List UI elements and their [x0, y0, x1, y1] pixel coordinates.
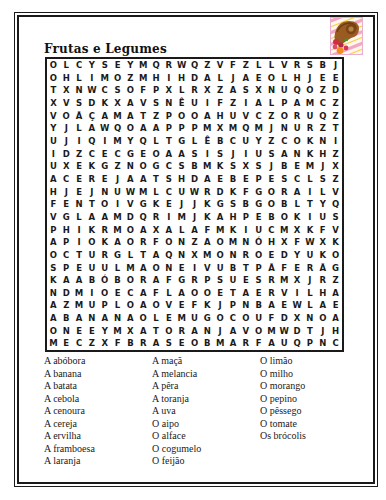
grid-cell[interactable]: X — [239, 160, 252, 173]
grid-cell[interactable]: F — [316, 223, 329, 236]
grid-cell[interactable]: E — [329, 72, 342, 85]
grid-cell[interactable]: X — [47, 97, 60, 110]
grid-cell[interactable]: C — [329, 337, 342, 350]
grid-cell[interactable]: H — [60, 223, 73, 236]
grid-cell[interactable]: B — [111, 274, 124, 287]
grid-cell[interactable]: K — [150, 198, 163, 211]
grid-cell[interactable]: H — [316, 148, 329, 161]
grid-cell[interactable]: H — [47, 186, 60, 199]
grid-cell[interactable]: Z — [265, 110, 278, 123]
grid-cell[interactable]: M — [304, 160, 317, 173]
grid-cell[interactable]: M — [214, 223, 227, 236]
grid-cell[interactable]: Ê — [175, 97, 188, 110]
grid-cell[interactable]: B — [316, 59, 329, 72]
grid-cell[interactable]: Y — [252, 135, 265, 148]
grid-cell[interactable]: Y — [85, 59, 98, 72]
grid-cell[interactable]: R — [85, 173, 98, 186]
grid-cell[interactable]: L — [111, 261, 124, 274]
grid-cell[interactable]: O — [316, 312, 329, 325]
grid-cell[interactable]: Q — [162, 249, 175, 262]
grid-cell[interactable]: H — [316, 287, 329, 300]
grid-cell[interactable]: Ó — [252, 236, 265, 249]
grid-cell[interactable]: U — [188, 97, 201, 110]
grid-cell[interactable]: C — [73, 337, 86, 350]
grid-cell[interactable]: D — [278, 312, 291, 325]
grid-cell[interactable]: V — [239, 325, 252, 338]
grid-cell[interactable]: E — [252, 287, 265, 300]
grid-cell[interactable]: C — [278, 135, 291, 148]
grid-cell[interactable]: O — [214, 236, 227, 249]
grid-cell[interactable]: A — [162, 223, 175, 236]
grid-cell[interactable]: K — [201, 211, 214, 224]
grid-cell[interactable]: G — [60, 211, 73, 224]
grid-cell[interactable]: M — [137, 59, 150, 72]
grid-cell[interactable]: P — [60, 261, 73, 274]
grid-cell[interactable]: A — [137, 261, 150, 274]
grid-cell[interactable]: E — [214, 173, 227, 186]
grid-cell[interactable]: X — [98, 337, 111, 350]
grid-cell[interactable]: K — [214, 160, 227, 173]
grid-cell[interactable]: Z — [239, 59, 252, 72]
grid-cell[interactable]: P — [201, 274, 214, 287]
grid-cell[interactable]: A — [265, 299, 278, 312]
grid-cell[interactable]: Z — [188, 236, 201, 249]
grid-cell[interactable]: I — [239, 223, 252, 236]
grid-cell[interactable]: L — [304, 287, 317, 300]
grid-cell[interactable]: Q — [239, 122, 252, 135]
grid-cell[interactable]: M — [137, 72, 150, 85]
grid-cell[interactable]: M — [111, 325, 124, 338]
grid-cell[interactable]: O — [201, 287, 214, 300]
grid-cell[interactable]: G — [124, 148, 137, 161]
grid-cell[interactable]: A — [47, 173, 60, 186]
grid-cell[interactable]: O — [137, 160, 150, 173]
grid-cell[interactable]: L — [188, 135, 201, 148]
grid-cell[interactable]: Q — [316, 110, 329, 123]
grid-cell[interactable]: N — [316, 337, 329, 350]
grid-cell[interactable]: D — [124, 211, 137, 224]
grid-cell[interactable]: Ç — [85, 110, 98, 123]
grid-cell[interactable]: M — [304, 97, 317, 110]
grid-cell[interactable]: P — [239, 211, 252, 224]
grid-cell[interactable]: E — [162, 198, 175, 211]
grid-cell[interactable]: A — [201, 173, 214, 186]
grid-cell[interactable]: H — [175, 72, 188, 85]
grid-cell[interactable]: E — [252, 72, 265, 85]
grid-cell[interactable]: D — [85, 97, 98, 110]
grid-cell[interactable]: C — [85, 148, 98, 161]
grid-cell[interactable]: O — [214, 249, 227, 262]
grid-cell[interactable]: C — [291, 173, 304, 186]
grid-cell[interactable]: B — [188, 160, 201, 173]
grid-cell[interactable]: P — [278, 97, 291, 110]
grid-cell[interactable]: E — [162, 312, 175, 325]
grid-cell[interactable]: Z — [85, 337, 98, 350]
grid-cell[interactable]: J — [316, 160, 329, 173]
grid-cell[interactable]: W — [304, 236, 317, 249]
grid-cell[interactable]: Y — [98, 325, 111, 338]
grid-cell[interactable]: A — [188, 325, 201, 338]
grid-cell[interactable]: X — [162, 84, 175, 97]
grid-cell[interactable]: T — [239, 261, 252, 274]
grid-cell[interactable]: L — [150, 312, 163, 325]
grid-cell[interactable]: K — [85, 160, 98, 173]
grid-cell[interactable]: E — [316, 72, 329, 85]
grid-cell[interactable]: X — [214, 122, 227, 135]
grid-cell[interactable]: Q — [329, 198, 342, 211]
grid-cell[interactable]: A — [278, 148, 291, 161]
grid-cell[interactable]: H — [329, 325, 342, 338]
grid-cell[interactable]: U — [278, 337, 291, 350]
grid-cell[interactable]: S — [162, 337, 175, 350]
grid-cell[interactable]: C — [316, 97, 329, 110]
grid-cell[interactable]: U — [316, 211, 329, 224]
grid-cell[interactable]: J — [304, 72, 317, 85]
grid-cell[interactable]: T — [304, 198, 317, 211]
grid-cell[interactable]: E — [85, 325, 98, 338]
grid-cell[interactable]: I — [73, 223, 86, 236]
grid-cell[interactable]: B — [265, 211, 278, 224]
grid-cell[interactable]: N — [239, 236, 252, 249]
grid-cell[interactable]: J — [188, 211, 201, 224]
grid-cell[interactable]: J — [214, 299, 227, 312]
grid-cell[interactable]: A — [124, 312, 137, 325]
grid-cell[interactable]: F — [137, 84, 150, 97]
grid-cell[interactable]: D — [188, 72, 201, 85]
grid-cell[interactable]: B — [60, 312, 73, 325]
grid-cell[interactable]: U — [252, 148, 265, 161]
grid-cell[interactable]: B — [201, 337, 214, 350]
grid-cell[interactable]: Z — [329, 148, 342, 161]
grid-cell[interactable]: J — [265, 122, 278, 135]
grid-cell[interactable]: E — [265, 249, 278, 262]
grid-cell[interactable]: A — [47, 236, 60, 249]
grid-cell[interactable]: N — [73, 198, 86, 211]
grid-cell[interactable]: O — [47, 72, 60, 85]
grid-cell[interactable]: O — [150, 148, 163, 161]
grid-cell[interactable]: A — [175, 148, 188, 161]
grid-cell[interactable]: N — [291, 148, 304, 161]
grid-cell[interactable]: E — [214, 287, 227, 300]
grid-cell[interactable]: Ó — [98, 274, 111, 287]
grid-cell[interactable]: Q — [188, 59, 201, 72]
grid-cell[interactable]: R — [291, 59, 304, 72]
grid-cell[interactable]: A — [252, 97, 265, 110]
grid-cell[interactable]: M — [73, 299, 86, 312]
grid-cell[interactable]: E — [73, 173, 86, 186]
grid-cell[interactable]: C — [60, 249, 73, 262]
grid-cell[interactable]: R — [98, 249, 111, 262]
grid-cell[interactable]: R — [265, 287, 278, 300]
grid-cell[interactable]: R — [188, 84, 201, 97]
grid-cell[interactable]: W — [175, 59, 188, 72]
grid-cell[interactable]: N — [111, 312, 124, 325]
grid-cell[interactable]: A — [150, 122, 163, 135]
grid-cell[interactable]: A — [329, 287, 342, 300]
grid-cell[interactable]: A — [227, 325, 240, 338]
grid-cell[interactable]: N — [304, 312, 317, 325]
grid-cell[interactable]: E — [111, 287, 124, 300]
grid-cell[interactable]: D — [60, 287, 73, 300]
grid-cell[interactable]: H — [227, 211, 240, 224]
grid-cell[interactable]: A — [162, 148, 175, 161]
grid-cell[interactable]: A — [137, 173, 150, 186]
grid-cell[interactable]: J — [85, 186, 98, 199]
grid-cell[interactable]: T — [162, 135, 175, 148]
grid-cell[interactable]: O — [329, 249, 342, 262]
grid-cell[interactable]: E — [291, 160, 304, 173]
grid-cell[interactable]: C — [162, 160, 175, 173]
grid-cell[interactable]: X — [111, 97, 124, 110]
grid-cell[interactable]: A — [137, 287, 150, 300]
grid-cell[interactable]: S — [150, 97, 163, 110]
grid-cell[interactable]: U — [188, 312, 201, 325]
grid-cell[interactable]: O — [60, 110, 73, 123]
grid-cell[interactable]: N — [175, 236, 188, 249]
grid-cell[interactable]: E — [239, 274, 252, 287]
grid-cell[interactable]: W — [188, 186, 201, 199]
grid-cell[interactable]: S — [304, 59, 317, 72]
grid-cell[interactable]: U — [304, 249, 317, 262]
grid-cell[interactable]: R — [316, 274, 329, 287]
grid-cell[interactable]: S — [316, 173, 329, 186]
grid-cell[interactable]: F — [47, 198, 60, 211]
grid-cell[interactable]: I — [304, 211, 317, 224]
grid-cell[interactable]: G — [252, 186, 265, 199]
grid-cell[interactable]: I — [201, 148, 214, 161]
grid-cell[interactable]: A — [98, 110, 111, 123]
grid-cell[interactable]: M — [73, 287, 86, 300]
grid-cell[interactable]: A — [291, 97, 304, 110]
grid-cell[interactable]: G — [150, 160, 163, 173]
grid-cell[interactable]: A — [201, 72, 214, 85]
grid-cell[interactable]: R — [162, 59, 175, 72]
grid-cell[interactable]: K — [201, 198, 214, 211]
grid-cell[interactable]: H — [60, 72, 73, 85]
grid-cell[interactable]: K — [47, 274, 60, 287]
grid-cell[interactable]: A — [85, 122, 98, 135]
grid-cell[interactable]: V — [239, 110, 252, 123]
grid-cell[interactable]: T — [304, 325, 317, 338]
grid-cell[interactable]: C — [60, 173, 73, 186]
grid-cell[interactable]: J — [214, 325, 227, 338]
grid-cell[interactable]: Z — [329, 97, 342, 110]
grid-cell[interactable]: Z — [150, 110, 163, 123]
grid-cell[interactable]: J — [329, 59, 342, 72]
grid-cell[interactable]: V — [124, 198, 137, 211]
grid-cell[interactable]: P — [304, 337, 317, 350]
grid-cell[interactable]: A — [47, 312, 60, 325]
grid-cell[interactable]: O — [124, 274, 137, 287]
grid-cell[interactable]: L — [73, 122, 86, 135]
grid-cell[interactable]: L — [175, 84, 188, 97]
grid-cell[interactable]: Ã — [73, 110, 86, 123]
grid-cell[interactable]: D — [188, 173, 201, 186]
grid-cell[interactable]: N — [47, 287, 60, 300]
grid-cell[interactable]: W — [278, 325, 291, 338]
grid-cell[interactable]: I — [47, 148, 60, 161]
grid-cell[interactable]: E — [291, 261, 304, 274]
grid-cell[interactable]: Z — [329, 110, 342, 123]
grid-cell[interactable]: L — [265, 59, 278, 72]
grid-cell[interactable]: L — [162, 287, 175, 300]
grid-cell[interactable]: A — [98, 211, 111, 224]
grid-cell[interactable]: N — [98, 186, 111, 199]
grid-cell[interactable]: P — [47, 223, 60, 236]
grid-cell[interactable]: G — [329, 261, 342, 274]
grid-cell[interactable]: C — [227, 135, 240, 148]
grid-cell[interactable]: U — [214, 261, 227, 274]
grid-cell[interactable]: M — [278, 274, 291, 287]
grid-cell[interactable]: O — [162, 236, 175, 249]
grid-cell[interactable]: S — [73, 97, 86, 110]
grid-cell[interactable]: Y — [291, 249, 304, 262]
grid-cell[interactable]: L — [60, 59, 73, 72]
grid-cell[interactable]: U — [227, 110, 240, 123]
grid-cell[interactable]: B — [252, 299, 265, 312]
grid-cell[interactable]: A — [150, 337, 163, 350]
grid-cell[interactable]: Z — [60, 299, 73, 312]
grid-cell[interactable]: F — [188, 299, 201, 312]
grid-cell[interactable]: M — [175, 211, 188, 224]
grid-cell[interactable]: V — [47, 211, 60, 224]
grid-cell[interactable]: G — [137, 198, 150, 211]
grid-cell[interactable]: A — [291, 186, 304, 199]
grid-cell[interactable]: F — [162, 274, 175, 287]
grid-cell[interactable]: H — [265, 236, 278, 249]
grid-cell[interactable]: S — [98, 59, 111, 72]
grid-cell[interactable]: M — [278, 223, 291, 236]
grid-cell[interactable]: X — [201, 84, 214, 97]
grid-cell[interactable]: J — [175, 198, 188, 211]
grid-cell[interactable]: X — [124, 325, 137, 338]
grid-cell[interactable]: R — [291, 110, 304, 123]
grid-cell[interactable]: V — [60, 97, 73, 110]
grid-cell[interactable]: N — [239, 299, 252, 312]
grid-cell[interactable]: E — [73, 186, 86, 199]
grid-cell[interactable]: N — [316, 135, 329, 148]
grid-cell[interactable]: E — [98, 148, 111, 161]
grid-cell[interactable]: R — [150, 211, 163, 224]
grid-cell[interactable]: A — [98, 312, 111, 325]
grid-cell[interactable]: N — [201, 325, 214, 338]
grid-cell[interactable]: M — [201, 249, 214, 262]
grid-cell[interactable]: M — [201, 160, 214, 173]
grid-cell[interactable]: A — [85, 211, 98, 224]
grid-cell[interactable]: F — [252, 337, 265, 350]
grid-cell[interactable]: Q — [137, 211, 150, 224]
grid-cell[interactable]: A — [201, 110, 214, 123]
grid-cell[interactable]: O — [188, 337, 201, 350]
grid-cell[interactable]: E — [239, 173, 252, 186]
grid-cell[interactable]: V — [162, 299, 175, 312]
grid-cell[interactable]: Q — [137, 135, 150, 148]
grid-cell[interactable]: Y — [124, 59, 137, 72]
grid-cell[interactable]: Q — [150, 59, 163, 72]
grid-cell[interactable]: R — [137, 274, 150, 287]
grid-cell[interactable]: A — [227, 84, 240, 97]
grid-cell[interactable]: S — [252, 160, 265, 173]
grid-cell[interactable]: E — [175, 337, 188, 350]
grid-cell[interactable]: R — [137, 236, 150, 249]
grid-cell[interactable]: Z — [316, 122, 329, 135]
grid-cell[interactable]: I — [73, 135, 86, 148]
grid-cell[interactable]: X — [188, 249, 201, 262]
grid-cell[interactable]: E — [98, 173, 111, 186]
grid-cell[interactable]: J — [316, 325, 329, 338]
grid-cell[interactable]: F — [150, 287, 163, 300]
grid-cell[interactable]: W — [291, 299, 304, 312]
grid-cell[interactable]: G — [98, 160, 111, 173]
grid-cell[interactable]: Ê — [201, 135, 214, 148]
grid-cell[interactable]: N — [265, 84, 278, 97]
grid-cell[interactable]: M — [47, 337, 60, 350]
grid-cell[interactable]: H — [150, 72, 163, 85]
grid-cell[interactable]: Z — [329, 173, 342, 186]
grid-cell[interactable]: K — [227, 186, 240, 199]
grid-cell[interactable]: R — [278, 186, 291, 199]
grid-cell[interactable]: N — [162, 97, 175, 110]
grid-cell[interactable]: N — [278, 122, 291, 135]
grid-cell[interactable]: C — [265, 223, 278, 236]
grid-cell[interactable]: O — [175, 110, 188, 123]
grid-cell[interactable]: O — [98, 287, 111, 300]
grid-cell[interactable]: S — [329, 211, 342, 224]
grid-cell[interactable]: I — [201, 97, 214, 110]
grid-cell[interactable]: F — [239, 186, 252, 199]
grid-cell[interactable]: K — [98, 236, 111, 249]
grid-cell[interactable]: M — [111, 110, 124, 123]
grid-cell[interactable]: X — [291, 312, 304, 325]
grid-cell[interactable]: U — [252, 223, 265, 236]
grid-cell[interactable]: K — [329, 236, 342, 249]
grid-cell[interactable]: A — [239, 72, 252, 85]
grid-cell[interactable]: M — [137, 186, 150, 199]
grid-cell[interactable]: U — [239, 135, 252, 148]
grid-cell[interactable]: V — [201, 261, 214, 274]
grid-cell[interactable]: V — [278, 287, 291, 300]
grid-cell[interactable]: M — [111, 223, 124, 236]
grid-cell[interactable]: B — [278, 198, 291, 211]
grid-cell[interactable]: L — [175, 223, 188, 236]
grid-cell[interactable]: K — [304, 223, 317, 236]
grid-cell[interactable]: O — [291, 135, 304, 148]
grid-cell[interactable]: O — [150, 299, 163, 312]
grid-cell[interactable]: V — [329, 186, 342, 199]
grid-cell[interactable]: E — [137, 148, 150, 161]
grid-cell[interactable]: R — [188, 274, 201, 287]
grid-cell[interactable]: O — [85, 236, 98, 249]
grid-cell[interactable]: K — [85, 223, 98, 236]
grid-cell[interactable]: S — [239, 84, 252, 97]
grid-cell[interactable]: K — [201, 299, 214, 312]
grid-cell[interactable]: O — [47, 325, 60, 338]
grid-cell[interactable]: D — [60, 148, 73, 161]
grid-cell[interactable]: L — [150, 186, 163, 199]
grid-cell[interactable]: L — [73, 211, 86, 224]
grid-cell[interactable]: I — [291, 287, 304, 300]
grid-cell[interactable]: O — [124, 236, 137, 249]
grid-cell[interactable]: R — [265, 274, 278, 287]
grid-cell[interactable]: Ã — [316, 261, 329, 274]
grid-cell[interactable]: O — [47, 59, 60, 72]
grid-cell[interactable]: M — [252, 122, 265, 135]
grid-cell[interactable]: U — [47, 160, 60, 173]
grid-cell[interactable]: O — [278, 110, 291, 123]
grid-cell[interactable]: S — [188, 148, 201, 161]
grid-cell[interactable]: X — [329, 160, 342, 173]
grid-cell[interactable]: O — [98, 198, 111, 211]
